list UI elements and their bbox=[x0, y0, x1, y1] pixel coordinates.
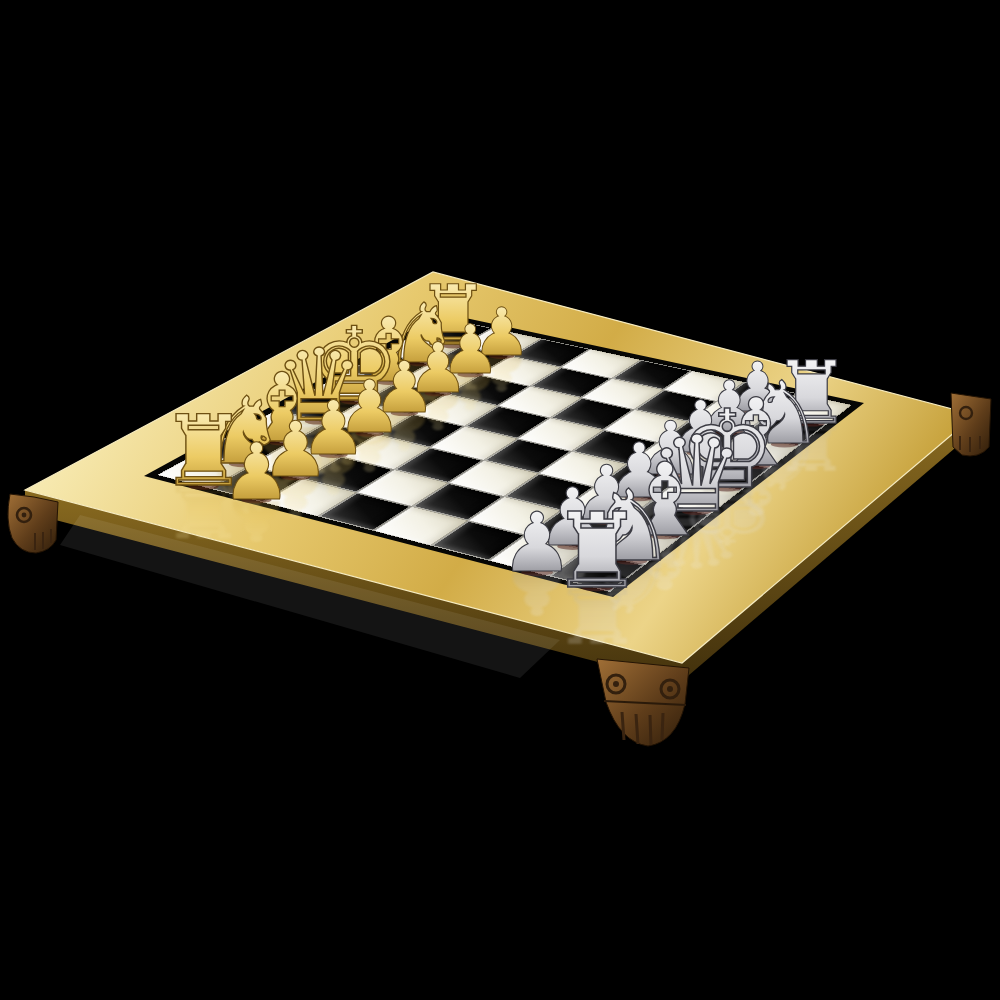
piece-gold-p-a2[interactable]: ♟ bbox=[221, 426, 291, 517]
chess-set-photo: ♜♟♞♟♝♟♚♟♟♛♜♟♟♝♞♟♟♞♝♟♟♜♚♟♟♛♟♝♟♞♟♜♜♟♞♟♝♟♚♟… bbox=[0, 0, 1000, 1000]
pieces-layer: ♜♟♞♟♝♟♚♟♟♛♜♟♟♝♞♟♟♞♝♟♟♜♚♟♟♛♟♝♟♞♟♜♜♟♞♟♝♟♚♟… bbox=[0, 0, 1000, 1000]
piece-silver-r-a8[interactable]: ♜ bbox=[550, 490, 643, 612]
